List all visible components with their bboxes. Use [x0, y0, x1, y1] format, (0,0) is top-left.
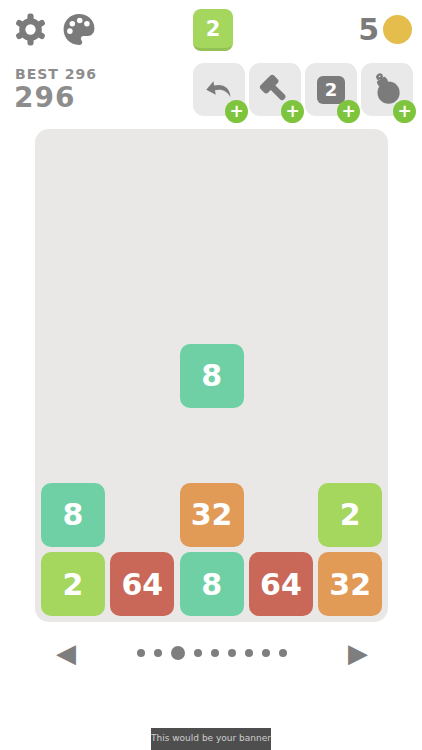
column-dots	[137, 640, 287, 666]
dot	[154, 649, 162, 657]
dot	[137, 649, 145, 657]
undo-plus-badge[interactable]: +	[225, 100, 248, 123]
active-dot	[171, 646, 185, 660]
ad-banner: This would be your banner	[151, 728, 271, 750]
game-board[interactable]: 8832226486432	[35, 129, 388, 622]
best-value: 296	[65, 66, 97, 82]
dot	[245, 649, 253, 657]
palette-icon	[60, 11, 98, 48]
tile-8: 8	[180, 552, 244, 616]
current-score: 296	[14, 81, 75, 114]
tile-64: 64	[249, 552, 313, 616]
next-tile-preview: 2	[193, 9, 233, 51]
dot	[228, 649, 236, 657]
tile-8: 8	[41, 483, 105, 547]
best-label: BEST	[15, 66, 59, 82]
dot	[211, 649, 219, 657]
undo-button[interactable]: +	[193, 63, 245, 116]
dot	[279, 649, 287, 657]
tile-32: 32	[180, 483, 244, 547]
move-left-button[interactable]: ◀	[56, 638, 76, 668]
tile-2: 2	[318, 483, 382, 547]
settings-button[interactable]	[12, 11, 49, 48]
dot	[262, 649, 270, 657]
next-tile-value: 2	[206, 17, 221, 41]
coin-icon	[383, 15, 412, 44]
tile-2: 2	[41, 552, 105, 616]
bomb-button[interactable]: +	[361, 63, 413, 116]
theme-button[interactable]	[60, 11, 98, 48]
hammer-plus-badge[interactable]: +	[281, 100, 304, 123]
gear-icon	[12, 11, 49, 48]
tile-32: 32	[318, 552, 382, 616]
powerup-bar: + + 2 +	[193, 63, 413, 116]
tile-2-icon: 2	[317, 76, 345, 104]
best-score: BEST 296	[15, 66, 97, 82]
coin-count: 5	[358, 12, 379, 47]
game-screen: 2 5 BEST 296 296 +	[0, 0, 422, 750]
small-tile-button[interactable]: 2 +	[305, 63, 357, 116]
hammer-button[interactable]: +	[249, 63, 301, 116]
tile-64: 64	[110, 552, 174, 616]
coin-counter[interactable]: 5	[358, 12, 412, 47]
move-right-button[interactable]: ▶	[348, 638, 368, 668]
small-tile-plus-badge[interactable]: +	[337, 100, 360, 123]
ad-banner-text: This would be your banner	[151, 733, 271, 743]
tile-8: 8	[180, 344, 244, 408]
bomb-plus-badge[interactable]: +	[393, 100, 416, 123]
dot	[194, 649, 202, 657]
